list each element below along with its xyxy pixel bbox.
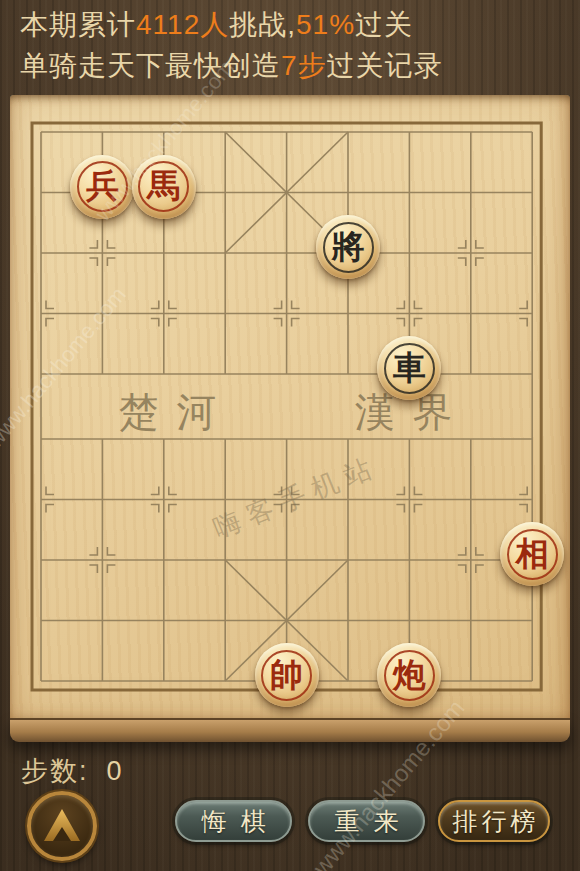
piece-glyph: 炮: [393, 658, 426, 691]
piece-馬-red[interactable]: 馬: [132, 155, 196, 219]
stats-pass-rate: 51%: [296, 9, 355, 40]
steps-label: 步数:: [21, 756, 89, 786]
leaderboard-button[interactable]: 排行榜: [438, 800, 550, 842]
piece-ring: 相: [507, 529, 558, 580]
piece-帥-red[interactable]: 帥: [255, 643, 319, 707]
piece-將-black[interactable]: 將: [316, 215, 380, 279]
board-bottom-edge: [10, 718, 570, 742]
record-steps: 7步: [281, 50, 327, 81]
chevron-up-icon: [39, 803, 85, 849]
xiangqi-board[interactable]: 楚河 漢界 兵馬將車相帥炮: [10, 95, 570, 718]
river-label-chu: 楚河: [110, 385, 235, 440]
header-stats-line: 本期累计4112人挑战,51%过关: [20, 6, 413, 44]
piece-ring: 炮: [384, 650, 435, 701]
leaderboard-label: 排行榜: [449, 805, 540, 838]
steps-value: 0: [107, 756, 124, 786]
restart-button[interactable]: 重来: [308, 800, 425, 842]
piece-ring: 帥: [261, 650, 312, 701]
piece-炮-red[interactable]: 炮: [377, 643, 441, 707]
xiangqi-game-screen: 本期累计4112人挑战,51%过关 单骑走天下最快创造7步过关记录 楚河 漢界 …: [0, 0, 580, 871]
piece-ring: 馬: [138, 161, 189, 212]
piece-ring: 車: [384, 343, 435, 394]
stats-text: 过关: [355, 9, 413, 40]
piece-兵-red[interactable]: 兵: [70, 155, 134, 219]
piece-glyph: 兵: [86, 169, 119, 202]
piece-ring: 兵: [77, 161, 128, 212]
stats-text: 挑战,: [229, 9, 296, 40]
piece-glyph: 馬: [147, 169, 180, 202]
piece-glyph: 將: [332, 230, 365, 263]
stats-challengers-count: 4112人: [136, 9, 229, 40]
undo-label: 悔棋: [188, 805, 280, 838]
collapse-panel-button[interactable]: [27, 791, 97, 861]
record-text: 单骑走天下最快创造: [20, 50, 281, 81]
piece-glyph: 帥: [270, 658, 303, 691]
record-text: 过关记录: [327, 50, 443, 81]
restart-label: 重来: [321, 805, 413, 838]
move-counter: 步数:0: [21, 753, 124, 789]
header-record-line: 单骑走天下最快创造7步过关记录: [20, 47, 443, 85]
piece-glyph: 相: [516, 537, 549, 570]
undo-button[interactable]: 悔棋: [175, 800, 292, 842]
stats-text: 本期累计: [20, 9, 136, 40]
piece-車-black[interactable]: 車: [377, 336, 441, 400]
piece-相-red[interactable]: 相: [500, 522, 564, 586]
piece-glyph: 車: [393, 351, 426, 384]
piece-ring: 將: [323, 222, 374, 273]
